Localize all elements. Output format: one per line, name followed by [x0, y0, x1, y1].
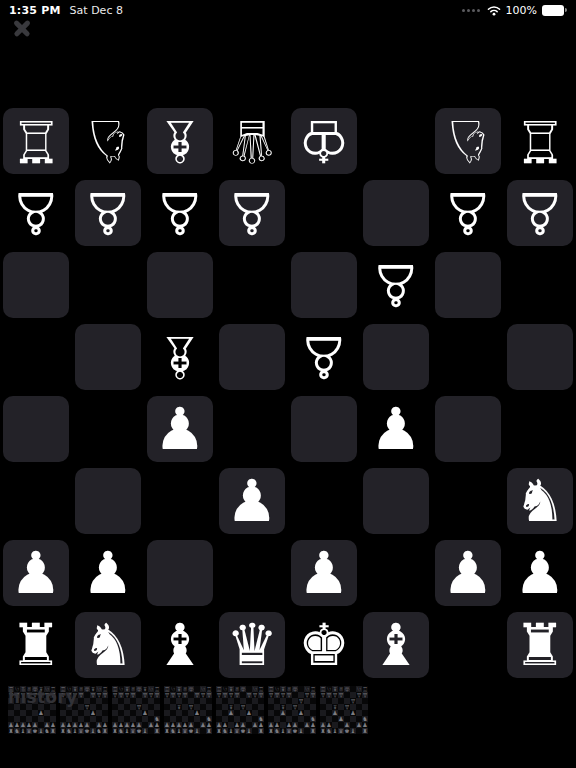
mini-square: ♙ — [240, 704, 246, 710]
mini-square: ♙ — [344, 704, 350, 710]
piece-black-pawn[interactable]: ♙ — [216, 177, 288, 249]
square-d8[interactable]: ♕ — [216, 105, 288, 177]
square-f7[interactable] — [360, 177, 432, 249]
mini-square: ♜ — [310, 728, 316, 734]
mini-square: ♔ — [344, 686, 350, 692]
piece-white-queen[interactable]: ♛ — [216, 609, 288, 681]
square-a6[interactable] — [0, 249, 72, 321]
mini-square: ♙ — [154, 692, 160, 698]
piece-black-pawn: ♙ — [258, 692, 264, 698]
square-e8[interactable]: ♔ — [288, 105, 360, 177]
piece-black-pawn: ♙ — [240, 704, 246, 710]
square-e6[interactable] — [288, 249, 360, 321]
mini-square: ♗ — [228, 704, 234, 710]
mini-square: ♙ — [182, 692, 188, 698]
square-c6[interactable] — [144, 249, 216, 321]
piece-black-pawn: ♙ — [130, 692, 136, 698]
square-c1[interactable]: ♝ — [144, 609, 216, 681]
piece-white-pawn[interactable]: ♟ — [0, 537, 72, 609]
status-time: 1:35 PM — [9, 4, 61, 17]
square-g5[interactable] — [432, 321, 504, 393]
status-date: Sat Dec 8 — [70, 4, 123, 17]
battery-icon — [542, 5, 567, 16]
square-d3[interactable]: ♟ — [216, 465, 288, 537]
square-h2[interactable]: ♟ — [504, 537, 576, 609]
square-h8[interactable]: ♖ — [504, 105, 576, 177]
square-f8[interactable] — [360, 105, 432, 177]
square-a7[interactable]: ♙ — [0, 177, 72, 249]
square-f2[interactable] — [360, 537, 432, 609]
square-e3[interactable] — [288, 465, 360, 537]
mini-square: ♙ — [350, 698, 356, 704]
history-thumbnail-6[interactable]: ♖♘♗♕♔♘♖♙♙♙♙♙♙♙♗♙♟♟♞♟♟♟♟♟♟♜♞♝♛♚♝♜ — [268, 686, 316, 734]
mini-square: ♜ — [362, 728, 368, 734]
piece-white-rook[interactable]: ♜ — [0, 609, 72, 681]
piece-black-king[interactable]: ♔ — [288, 105, 360, 177]
piece-black-pawn: ♙ — [102, 692, 108, 698]
square-g8[interactable]: ♘ — [432, 105, 504, 177]
history-thumbnail-3[interactable]: ♖♘♗♕♔♗♘♖♙♙♙♙♙♙♙♙♟♞♟♟♟♟♟♟♟♜♞♝♛♚♝♜ — [112, 686, 160, 734]
piece-black-pawn: ♙ — [182, 692, 188, 698]
square-c3[interactable] — [144, 465, 216, 537]
square-h7[interactable]: ♙ — [504, 177, 576, 249]
piece-black-pawn[interactable]: ♙ — [360, 249, 432, 321]
square-a3[interactable] — [0, 465, 72, 537]
piece-white-rook: ♜ — [206, 728, 212, 734]
piece-black-pawn: ♙ — [310, 692, 316, 698]
square-a2[interactable]: ♟ — [0, 537, 72, 609]
square-d1[interactable]: ♛ — [216, 609, 288, 681]
mini-square: ♙ — [338, 692, 344, 698]
history-thumbnail-5[interactable]: ♖♘♗♕♔♘♖♙♙♙♙♙♙♙♗♙♟♟♞♟♟♟♟♟♟♜♞♝♛♚♝♜ — [216, 686, 264, 734]
square-b1[interactable]: ♞ — [72, 609, 144, 681]
piece-black-pawn[interactable]: ♙ — [432, 177, 504, 249]
square-a4[interactable] — [0, 393, 72, 465]
piece-black-bishop: ♗ — [176, 704, 182, 710]
square-g7[interactable]: ♙ — [432, 177, 504, 249]
square-e7[interactable] — [288, 177, 360, 249]
square-b3[interactable] — [72, 465, 144, 537]
square-g1[interactable] — [432, 609, 504, 681]
square-d4[interactable] — [216, 393, 288, 465]
piece-white-pawn[interactable]: ♟ — [216, 465, 288, 537]
mini-square: ♙ — [84, 704, 90, 710]
mini-square: ♙ — [234, 692, 240, 698]
piece-black-knight[interactable]: ♘ — [72, 105, 144, 177]
piece-black-pawn: ♙ — [350, 698, 356, 704]
mini-square: ♗ — [280, 704, 286, 710]
history-thumbnail-4[interactable]: ♖♘♗♕♔♘♖♙♙♙♙♙♙♙♗♙♟♞♟♟♟♟♟♟♟♜♞♝♛♚♝♜ — [164, 686, 212, 734]
piece-white-rook: ♜ — [362, 728, 368, 734]
square-g2[interactable]: ♟ — [432, 537, 504, 609]
mini-square: ♙ — [292, 704, 298, 710]
square-d2[interactable] — [216, 537, 288, 609]
piece-black-pawn: ♙ — [338, 692, 344, 698]
piece-black-pawn: ♙ — [344, 704, 350, 710]
piece-black-bishop: ♗ — [332, 704, 338, 710]
square-b2[interactable]: ♟ — [72, 537, 144, 609]
mini-square: ♙ — [258, 692, 264, 698]
square-b5[interactable] — [72, 321, 144, 393]
piece-white-rook: ♜ — [258, 728, 264, 734]
square-g6[interactable] — [432, 249, 504, 321]
piece-black-pawn: ♙ — [298, 698, 304, 704]
square-b7[interactable]: ♙ — [72, 177, 144, 249]
piece-white-pawn[interactable]: ♟ — [144, 393, 216, 465]
piece-black-rook[interactable]: ♖ — [0, 105, 72, 177]
piece-white-king[interactable]: ♚ — [288, 609, 360, 681]
square-h4[interactable] — [504, 393, 576, 465]
square-f4[interactable]: ♟ — [360, 393, 432, 465]
piece-white-rook: ♜ — [50, 728, 56, 734]
square-f6[interactable]: ♙ — [360, 249, 432, 321]
piece-white-pawn[interactable]: ♟ — [432, 537, 504, 609]
piece-black-pawn: ♙ — [78, 692, 84, 698]
mini-square: ♙ — [310, 692, 316, 698]
piece-white-bishop[interactable]: ♝ — [360, 609, 432, 681]
mini-square: ♙ — [298, 698, 304, 704]
square-c4[interactable]: ♟ — [144, 393, 216, 465]
piece-black-king: ♔ — [344, 686, 350, 692]
history-thumbnail-7[interactable]: ♖♘♗♕♔♘♖♙♙♙♙♙♙♙♗♙♟♟♟♞♟♟♟♟♟♜♞♝♛♚♝♜ — [320, 686, 368, 734]
piece-black-king: ♔ — [292, 686, 298, 692]
mini-square: ♜ — [206, 728, 212, 734]
square-c2[interactable] — [144, 537, 216, 609]
piece-black-pawn: ♙ — [154, 692, 160, 698]
piece-black-pawn: ♙ — [292, 704, 298, 710]
piece-white-rook: ♜ — [102, 728, 108, 734]
square-e5[interactable]: ♙ — [288, 321, 360, 393]
square-c7[interactable]: ♙ — [144, 177, 216, 249]
mini-square: ♗ — [176, 704, 182, 710]
piece-white-rook[interactable]: ♜ — [504, 609, 576, 681]
piece-black-bishop[interactable]: ♗ — [144, 105, 216, 177]
square-e1[interactable]: ♚ — [288, 609, 360, 681]
piece-black-knight[interactable]: ♘ — [432, 105, 504, 177]
square-d6[interactable] — [216, 249, 288, 321]
piece-black-pawn: ♙ — [136, 704, 142, 710]
square-a8[interactable]: ♖ — [0, 105, 72, 177]
piece-black-pawn[interactable]: ♙ — [504, 177, 576, 249]
piece-white-rook: ♜ — [310, 728, 316, 734]
square-d7[interactable]: ♙ — [216, 177, 288, 249]
mini-square: ♔ — [292, 686, 298, 692]
piece-black-bishop: ♗ — [280, 704, 286, 710]
square-b8[interactable]: ♘ — [72, 105, 144, 177]
mini-square: ♙ — [136, 704, 142, 710]
piece-black-pawn: ♙ — [84, 704, 90, 710]
history-label: history — [8, 687, 77, 707]
mini-square: ♙ — [102, 692, 108, 698]
chess-app-screen: 1:35 PM Sat Dec 8 100% ♖♘♗♕♔♘♖♙♙♙♙♙♙♙♗♙♟… — [0, 0, 576, 768]
mini-square: ♜ — [50, 728, 56, 734]
square-b4[interactable] — [72, 393, 144, 465]
close-x-icon[interactable] — [11, 17, 33, 39]
mini-square: ♙ — [130, 692, 136, 698]
square-h6[interactable] — [504, 249, 576, 321]
status-bar: 1:35 PM Sat Dec 8 100% — [0, 0, 576, 20]
piece-black-pawn: ♙ — [206, 692, 212, 698]
square-g3[interactable] — [432, 465, 504, 537]
cellular-signal-icon — [462, 9, 480, 12]
piece-black-pawn: ♙ — [362, 692, 368, 698]
chess-board: ♖♘♗♕♔♘♖♙♙♙♙♙♙♙♗♙♟♟♟♞♟♟♟♟♟♜♞♝♛♚♝♜ — [0, 105, 576, 681]
mini-square: ♙ — [78, 692, 84, 698]
square-h5[interactable] — [504, 321, 576, 393]
mini-square: ♙ — [286, 692, 292, 698]
mini-square: ♜ — [102, 728, 108, 734]
piece-white-pawn[interactable]: ♟ — [504, 537, 576, 609]
piece-black-pawn[interactable]: ♙ — [144, 177, 216, 249]
piece-white-pawn[interactable]: ♟ — [288, 537, 360, 609]
mini-square: ♜ — [154, 728, 160, 734]
piece-black-pawn: ♙ — [188, 704, 194, 710]
piece-black-pawn: ♙ — [286, 692, 292, 698]
wifi-icon — [487, 5, 501, 16]
piece-black-bishop: ♗ — [228, 704, 234, 710]
square-f3[interactable] — [360, 465, 432, 537]
piece-white-knight[interactable]: ♞ — [504, 465, 576, 537]
square-f5[interactable] — [360, 321, 432, 393]
square-h1[interactable]: ♜ — [504, 609, 576, 681]
piece-black-bishop[interactable]: ♗ — [144, 321, 216, 393]
piece-black-queen[interactable]: ♕ — [216, 105, 288, 177]
square-h3[interactable]: ♞ — [504, 465, 576, 537]
mini-square: ♜ — [258, 728, 264, 734]
battery-percent-label: 100% — [506, 4, 537, 17]
square-g4[interactable] — [432, 393, 504, 465]
piece-black-rook[interactable]: ♖ — [504, 105, 576, 177]
square-f1[interactable]: ♝ — [360, 609, 432, 681]
piece-black-pawn: ♙ — [234, 692, 240, 698]
mini-square: ♙ — [362, 692, 368, 698]
piece-white-knight[interactable]: ♞ — [72, 609, 144, 681]
mini-square: ♙ — [188, 704, 194, 710]
piece-white-bishop[interactable]: ♝ — [144, 609, 216, 681]
square-d5[interactable] — [216, 321, 288, 393]
square-a5[interactable] — [0, 321, 72, 393]
square-a1[interactable]: ♜ — [0, 609, 72, 681]
piece-white-rook: ♜ — [154, 728, 160, 734]
mini-square: ♙ — [206, 692, 212, 698]
mini-square: ♗ — [332, 704, 338, 710]
piece-black-pawn[interactable]: ♙ — [288, 321, 360, 393]
square-c5[interactable]: ♗ — [144, 321, 216, 393]
square-b6[interactable] — [72, 249, 144, 321]
piece-black-pawn[interactable]: ♙ — [0, 177, 72, 249]
square-e4[interactable] — [288, 393, 360, 465]
square-c8[interactable]: ♗ — [144, 105, 216, 177]
piece-white-pawn[interactable]: ♟ — [360, 393, 432, 465]
piece-black-pawn[interactable]: ♙ — [72, 177, 144, 249]
piece-white-pawn[interactable]: ♟ — [72, 537, 144, 609]
square-e2[interactable]: ♟ — [288, 537, 360, 609]
